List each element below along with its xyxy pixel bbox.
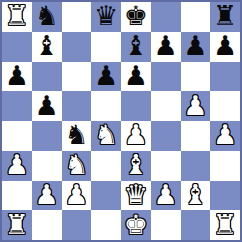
white-bishop-icon[interactable]: ♝	[124, 151, 148, 178]
square-f1[interactable]	[151, 210, 181, 240]
square-e3[interactable]: ♝	[121, 151, 151, 181]
square-e8[interactable]: ♚	[121, 2, 151, 32]
square-b8[interactable]: ♞	[32, 2, 62, 32]
square-f6[interactable]	[151, 62, 181, 92]
square-c2[interactable]: ♟	[62, 181, 92, 211]
square-a8[interactable]: ♜	[2, 2, 32, 32]
white-bishop-icon[interactable]: ♝	[183, 181, 207, 208]
square-h5[interactable]	[210, 91, 240, 121]
square-c8[interactable]	[62, 2, 92, 32]
square-h2[interactable]	[210, 181, 240, 211]
black-pawn-icon[interactable]: ♟	[35, 92, 59, 119]
square-a2[interactable]	[2, 181, 32, 211]
square-h6[interactable]	[210, 62, 240, 92]
black-bishop-icon[interactable]: ♝	[35, 32, 59, 59]
square-g8[interactable]	[181, 2, 211, 32]
black-pawn-icon[interactable]: ♟	[213, 32, 237, 59]
black-pawn-icon[interactable]: ♟	[5, 62, 29, 89]
square-a5[interactable]	[2, 91, 32, 121]
square-g2[interactable]: ♝	[181, 181, 211, 211]
black-pawn-icon[interactable]: ♟	[183, 32, 207, 59]
square-d5[interactable]	[91, 91, 121, 121]
square-d8[interactable]: ♛	[91, 2, 121, 32]
square-f5[interactable]	[151, 91, 181, 121]
square-d6[interactable]: ♟	[91, 62, 121, 92]
square-b5[interactable]: ♟	[32, 91, 62, 121]
square-a1[interactable]: ♜	[2, 210, 32, 240]
black-king-icon[interactable]: ♚	[124, 2, 148, 29]
square-e5[interactable]	[121, 91, 151, 121]
square-h3[interactable]	[210, 151, 240, 181]
white-rook-icon[interactable]: ♜	[5, 211, 29, 238]
square-e6[interactable]: ♟	[121, 62, 151, 92]
black-knight-icon[interactable]: ♞	[64, 121, 88, 148]
square-e7[interactable]: ♝	[121, 32, 151, 62]
black-rook-icon[interactable]: ♜	[213, 2, 237, 29]
white-pawn-icon[interactable]: ♟	[64, 181, 88, 208]
square-a3[interactable]: ♟	[2, 151, 32, 181]
white-pawn-icon[interactable]: ♟	[35, 181, 59, 208]
square-g7[interactable]: ♟	[181, 32, 211, 62]
white-rook-icon[interactable]: ♜	[213, 211, 237, 238]
square-g5[interactable]: ♟	[181, 91, 211, 121]
black-pawn-icon[interactable]: ♟	[124, 62, 148, 89]
square-b2[interactable]: ♟	[32, 181, 62, 211]
white-pawn-icon[interactable]: ♟	[154, 181, 178, 208]
square-h4[interactable]: ♟	[210, 121, 240, 151]
square-f7[interactable]: ♟	[151, 32, 181, 62]
square-h1[interactable]: ♜	[210, 210, 240, 240]
square-g4[interactable]	[181, 121, 211, 151]
square-c4[interactable]: ♞	[62, 121, 92, 151]
white-knight-icon[interactable]: ♞	[64, 151, 88, 178]
chess-board: ♜♞♛♚♜♝♝♟♟♟♟♟♟♟♟♞♞♟♟♟♞♝♟♟♛♟♝♜♚♜	[0, 0, 242, 242]
white-pawn-icon[interactable]: ♟	[213, 121, 237, 148]
black-knight-icon[interactable]: ♞	[35, 2, 59, 29]
square-g6[interactable]	[181, 62, 211, 92]
white-knight-icon[interactable]: ♞	[94, 121, 118, 148]
square-f2[interactable]: ♟	[151, 181, 181, 211]
square-h8[interactable]: ♜	[210, 2, 240, 32]
square-f3[interactable]	[151, 151, 181, 181]
square-c5[interactable]	[62, 91, 92, 121]
square-e2[interactable]: ♛	[121, 181, 151, 211]
square-e4[interactable]: ♟	[121, 121, 151, 151]
square-d1[interactable]	[91, 210, 121, 240]
white-queen-icon[interactable]: ♛	[124, 181, 148, 208]
square-a6[interactable]: ♟	[2, 62, 32, 92]
square-e1[interactable]: ♚	[121, 210, 151, 240]
square-c7[interactable]	[62, 32, 92, 62]
square-d3[interactable]	[91, 151, 121, 181]
black-pawn-icon[interactable]: ♟	[94, 62, 118, 89]
square-f8[interactable]	[151, 2, 181, 32]
square-d7[interactable]	[91, 32, 121, 62]
square-b1[interactable]	[32, 210, 62, 240]
square-g1[interactable]	[181, 210, 211, 240]
square-d2[interactable]	[91, 181, 121, 211]
black-pawn-icon[interactable]: ♟	[154, 32, 178, 59]
square-b3[interactable]	[32, 151, 62, 181]
white-pawn-icon[interactable]: ♟	[5, 151, 29, 178]
square-c3[interactable]: ♞	[62, 151, 92, 181]
square-g3[interactable]	[181, 151, 211, 181]
black-queen-icon[interactable]: ♛	[94, 2, 118, 29]
square-f4[interactable]	[151, 121, 181, 151]
white-pawn-icon[interactable]: ♟	[124, 121, 148, 148]
square-c6[interactable]	[62, 62, 92, 92]
square-b6[interactable]	[32, 62, 62, 92]
white-pawn-icon[interactable]: ♟	[183, 92, 207, 119]
square-d4[interactable]: ♞	[91, 121, 121, 151]
white-king-icon[interactable]: ♚	[124, 211, 148, 238]
square-b4[interactable]	[32, 121, 62, 151]
square-h7[interactable]: ♟	[210, 32, 240, 62]
square-a4[interactable]	[2, 121, 32, 151]
black-bishop-icon[interactable]: ♝	[124, 32, 148, 59]
square-c1[interactable]	[62, 210, 92, 240]
square-a7[interactable]	[2, 32, 32, 62]
white-rook-icon[interactable]: ♜	[5, 2, 29, 29]
square-b7[interactable]: ♝	[32, 32, 62, 62]
